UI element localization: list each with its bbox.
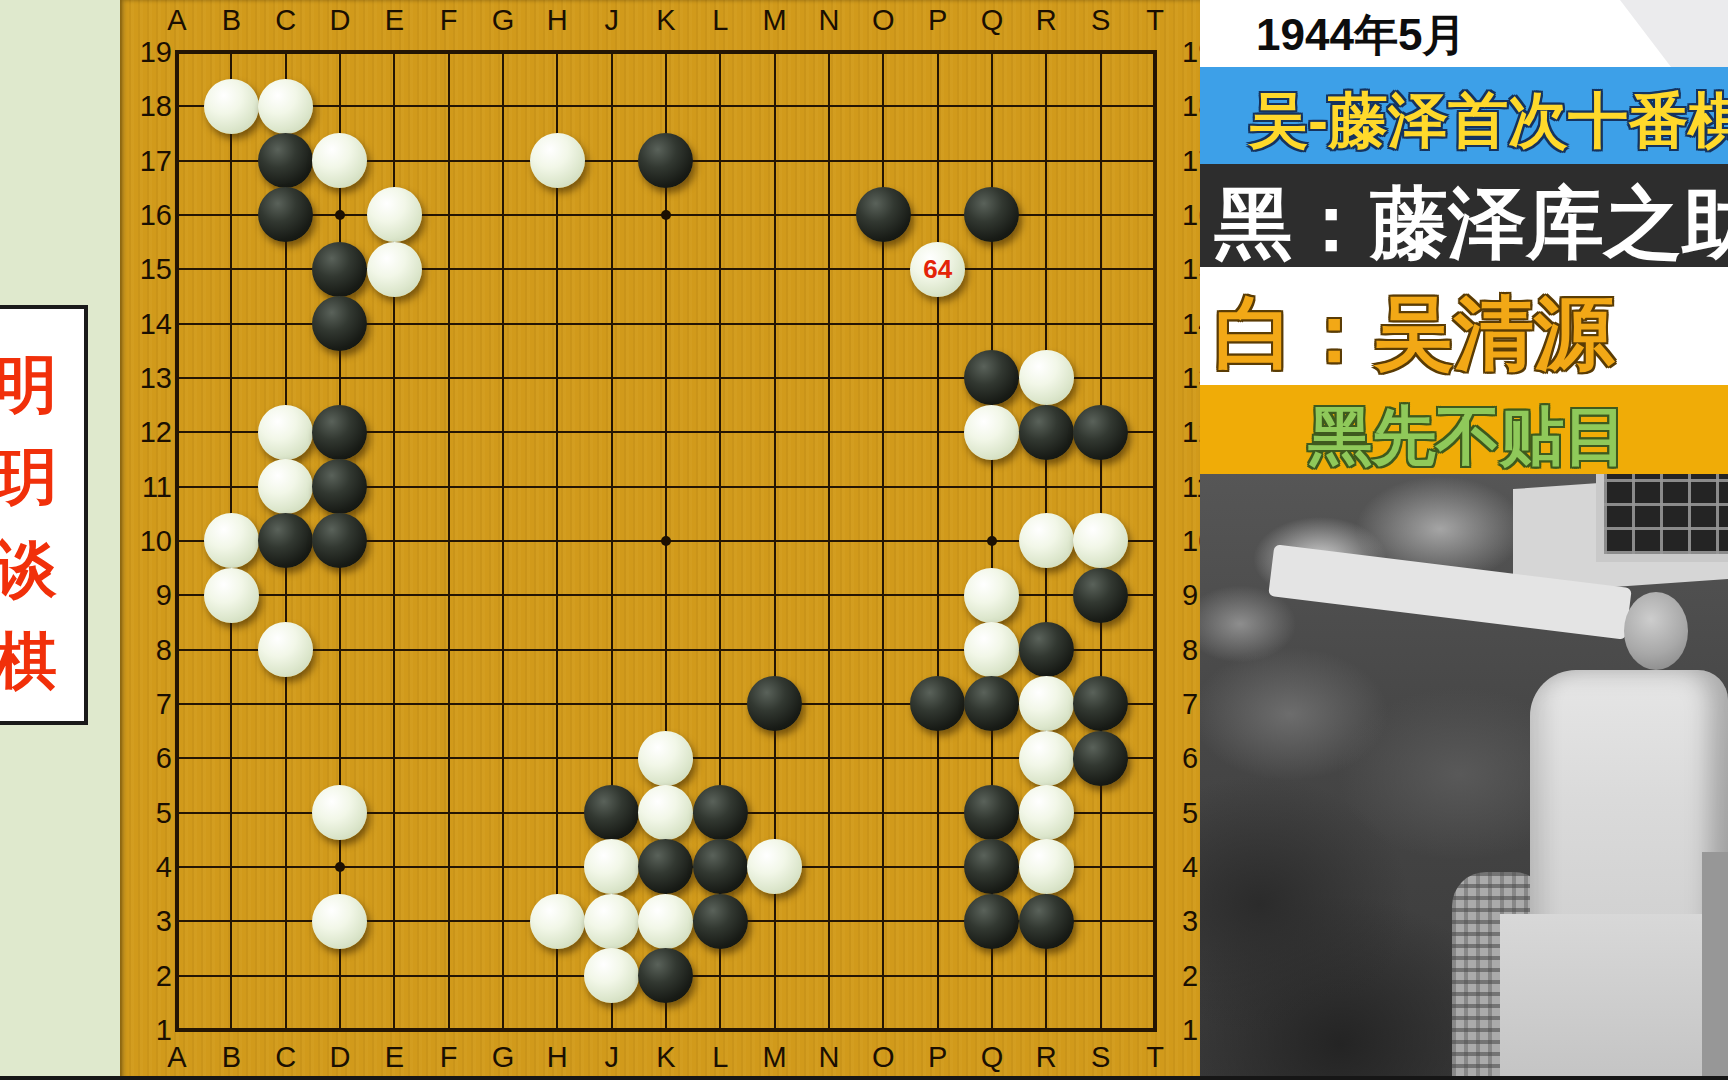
column-label-top: E [374, 3, 414, 37]
column-label-top: N [809, 3, 849, 37]
lattice-window [1596, 474, 1728, 562]
black-stone [312, 459, 367, 514]
komi-rule-text: 黑先不贴目 [1308, 393, 1628, 474]
white-stone [1019, 731, 1074, 786]
row-label-left: 10 [124, 524, 172, 558]
column-label-top: C [266, 3, 306, 37]
white-stone [258, 459, 313, 514]
row-label-left: 15 [124, 252, 172, 286]
row-label-left: 18 [124, 89, 172, 123]
white-stone [964, 405, 1019, 460]
black-stone [747, 676, 802, 731]
player-head [1624, 592, 1688, 670]
white-stone [258, 622, 313, 677]
black-player-band: 黑：藤泽库之助 [1200, 164, 1728, 267]
white-stone [584, 948, 639, 1003]
go-board: AABBCCDDEEFFGGHHJJKKLLMMNNOOPPQQRRSSTT19… [120, 0, 1200, 1080]
black-stone [312, 513, 367, 568]
screenshot-root: 明 玥 谈 棋 AABBCCDDEEFFGGHHJJKKLLMMNNOOPPQQ… [0, 0, 1728, 1080]
white-stone [530, 894, 585, 949]
rule-band: 黑先不贴目 [1200, 385, 1728, 474]
column-label-top: P [918, 3, 958, 37]
banner-char: 棋 [0, 615, 57, 707]
column-label-top: Q [972, 3, 1012, 37]
star-point [661, 536, 671, 546]
black-stone [258, 513, 313, 568]
row-label-left: 7 [124, 687, 172, 721]
row-label-left: 8 [124, 633, 172, 667]
white-stone [1019, 676, 1074, 731]
date-band: 1944年5月 [1200, 0, 1728, 67]
star-point [661, 210, 671, 220]
black-stone [638, 133, 693, 188]
black-stone [258, 187, 313, 242]
star-point [987, 536, 997, 546]
column-label-bottom: M [755, 1040, 795, 1074]
column-label-top: F [429, 3, 469, 37]
column-label-top: R [1026, 3, 1066, 37]
column-label-bottom: Q [972, 1040, 1012, 1074]
column-label-bottom: T [1135, 1040, 1175, 1074]
column-label-bottom: E [374, 1040, 414, 1074]
column-label-bottom: K [646, 1040, 686, 1074]
black-stone [693, 894, 748, 949]
black-stone [1073, 676, 1128, 731]
column-label-bottom: J [592, 1040, 632, 1074]
black-stone [693, 785, 748, 840]
white-stone [1073, 513, 1128, 568]
column-label-top: J [592, 3, 632, 37]
player-photo [1200, 474, 1728, 1080]
row-label-left: 6 [124, 741, 172, 775]
row-label-left: 2 [124, 959, 172, 993]
black-stone [1073, 568, 1128, 623]
column-label-bottom: D [320, 1040, 360, 1074]
star-point [335, 862, 345, 872]
row-label-left: 3 [124, 904, 172, 938]
white-stone [204, 79, 259, 134]
chair-right-edge [1702, 852, 1728, 1080]
column-label-top: T [1135, 3, 1175, 37]
match-date: 1944年5月 [1256, 6, 1466, 65]
white-stone [312, 894, 367, 949]
white-stone [367, 242, 422, 297]
player-lower-clothing [1500, 914, 1728, 1080]
column-label-bottom: S [1081, 1040, 1121, 1074]
black-stone [584, 785, 639, 840]
column-label-bottom: O [863, 1040, 903, 1074]
white-stone [1019, 350, 1074, 405]
black-stone [638, 839, 693, 894]
column-label-bottom: N [809, 1040, 849, 1074]
black-stone [910, 676, 965, 731]
banner-char: 玥 [0, 431, 57, 523]
column-label-top: B [211, 3, 251, 37]
bottom-edge-bar [0, 1076, 1728, 1080]
match-title-band: 吴-藤泽首次十番棋 [1200, 67, 1728, 164]
black-stone [693, 839, 748, 894]
black-stone [1019, 894, 1074, 949]
grid-line-vertical [937, 50, 939, 1032]
white-stone [204, 568, 259, 623]
black-stone [964, 785, 1019, 840]
black-stone [312, 296, 367, 351]
info-panel: 1944年5月 吴-藤泽首次十番棋 黑：藤泽库之助 白：吴清源 黑先不贴目 [1200, 0, 1728, 1080]
row-label-left: 19 [124, 35, 172, 69]
row-label-left: 13 [124, 361, 172, 395]
row-label-left: 5 [124, 796, 172, 830]
row-label-left: 12 [124, 415, 172, 449]
black-stone [964, 187, 1019, 242]
black-stone [856, 187, 911, 242]
row-label-left: 9 [124, 578, 172, 612]
white-stone [204, 513, 259, 568]
white-stone [1019, 513, 1074, 568]
column-label-top: G [483, 3, 523, 37]
black-stone [964, 676, 1019, 731]
white-stone [258, 405, 313, 460]
white-stone [747, 839, 802, 894]
row-label-left: 17 [124, 144, 172, 178]
black-stone [1073, 405, 1128, 460]
black-stone [638, 948, 693, 1003]
grid-line-horizontal [175, 1028, 1157, 1032]
white-stone [1019, 839, 1074, 894]
black-stone [1019, 405, 1074, 460]
white-stone [367, 187, 422, 242]
grid-line-vertical [828, 50, 830, 1032]
black-player-name: 黑：藤泽库之助 [1214, 172, 1728, 267]
column-label-bottom: R [1026, 1040, 1066, 1074]
column-label-top: A [157, 3, 197, 37]
column-label-bottom: L [700, 1040, 740, 1074]
column-label-top: H [537, 3, 577, 37]
black-stone [312, 242, 367, 297]
column-label-bottom: H [537, 1040, 577, 1074]
move-number-label: 64 [910, 242, 965, 297]
white-stone: 64 [910, 242, 965, 297]
white-stone [530, 133, 585, 188]
black-stone [964, 350, 1019, 405]
white-stone [638, 785, 693, 840]
column-label-top: D [320, 3, 360, 37]
corner-swoosh-decoration [1578, 0, 1728, 67]
column-label-top: M [755, 3, 795, 37]
banner-char: 谈 [0, 523, 57, 615]
channel-name-box: 明 玥 谈 棋 [0, 305, 88, 725]
left-banner: 明 玥 谈 棋 [0, 0, 120, 1080]
grid-line-vertical [1153, 50, 1157, 1032]
row-label-left: 11 [124, 470, 172, 504]
black-stone [964, 894, 1019, 949]
column-label-top: K [646, 3, 686, 37]
column-label-bottom: F [429, 1040, 469, 1074]
white-player-name: 白：吴清源 [1214, 281, 1614, 385]
match-title: 吴-藤泽首次十番棋 [1248, 81, 1728, 162]
column-label-bottom: G [483, 1040, 523, 1074]
column-label-bottom: P [918, 1040, 958, 1074]
black-stone [1073, 731, 1128, 786]
column-label-top: L [700, 3, 740, 37]
column-label-bottom: C [266, 1040, 306, 1074]
black-stone [312, 405, 367, 460]
white-stone [258, 79, 313, 134]
white-stone [584, 894, 639, 949]
white-stone [964, 622, 1019, 677]
black-stone [1019, 622, 1074, 677]
row-label-left: 16 [124, 198, 172, 232]
row-label-left: 1 [124, 1013, 172, 1047]
column-label-top: S [1081, 3, 1121, 37]
white-stone [964, 568, 1019, 623]
column-label-top: O [863, 3, 903, 37]
black-stone [258, 133, 313, 188]
banner-char: 明 [0, 339, 57, 431]
row-label-left: 4 [124, 850, 172, 884]
white-stone [584, 839, 639, 894]
white-stone [312, 785, 367, 840]
white-player-band: 白：吴清源 [1200, 267, 1728, 385]
row-label-left: 14 [124, 307, 172, 341]
white-stone [638, 731, 693, 786]
black-stone [964, 839, 1019, 894]
column-label-bottom: B [211, 1040, 251, 1074]
star-point [335, 210, 345, 220]
white-stone [638, 894, 693, 949]
white-stone [312, 133, 367, 188]
white-stone [1019, 785, 1074, 840]
